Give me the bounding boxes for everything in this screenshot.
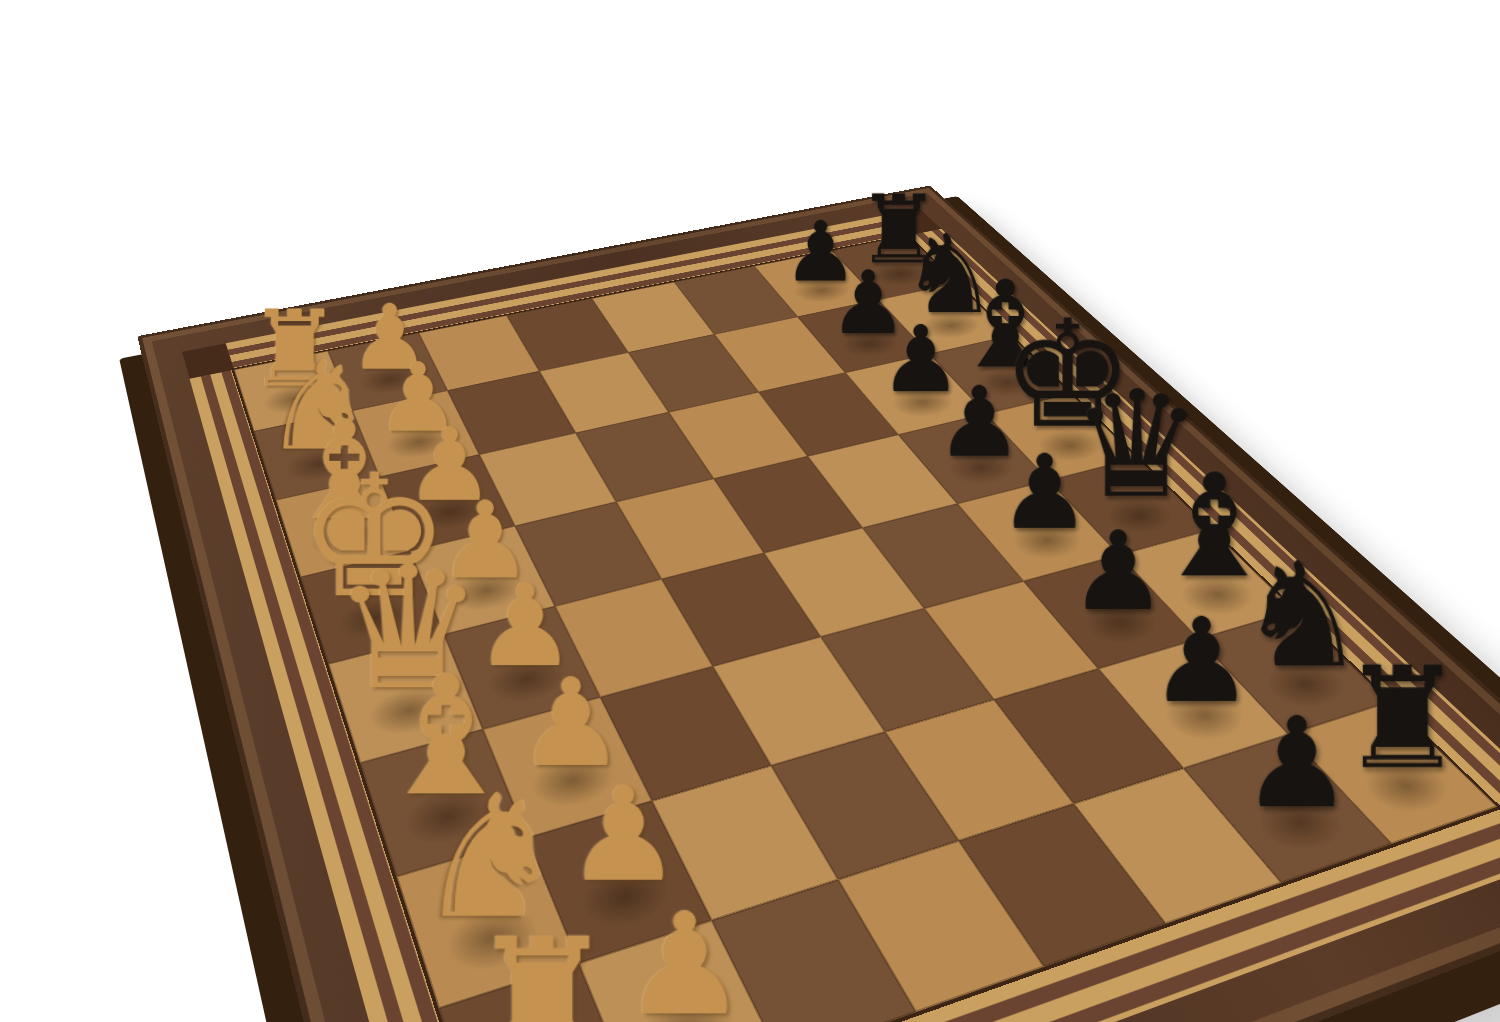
piece-white-rook[interactable]: ♜ — [468, 917, 618, 1022]
piece-black-pawn[interactable]: ♟ — [1241, 701, 1353, 826]
piece-black-pawn[interactable]: ♟ — [1150, 603, 1254, 720]
chess-board-frame: ♜♟♟♜♞♟♟♞♝♟♟♝♚♟♟♚♛♟♟♛♝♟♟♝♞♟♟♞♜♟♟♜ — [137, 186, 1500, 1022]
board-inlay-border: ♜♟♟♜♞♟♟♞♝♟♟♝♚♟♟♚♛♟♟♛♝♟♟♝♞♟♟♞♜♟♟♜ — [182, 208, 1500, 1022]
scene: ♜♟♟♜♞♟♟♞♝♟♟♝♚♟♟♚♛♟♟♛♝♟♟♝♞♟♟♞♜♟♟♜ — [0, 0, 1500, 1022]
board-tilt-wrapper: ♜♟♟♜♞♟♟♞♝♟♟♝♚♟♟♚♛♟♟♛♝♟♟♝♞♟♟♞♜♟♟♜ — [137, 186, 1500, 1022]
piece-black-rook[interactable]: ♜ — [1340, 649, 1466, 790]
piece-white-pawn[interactable]: ♟ — [622, 894, 749, 1022]
square-a1[interactable]: ♜ — [439, 963, 639, 1022]
chess-board: ♜♟♟♜♞♟♟♞♝♟♟♝♚♟♟♚♛♟♟♛♝♟♟♝♞♟♟♞♜♟♟♜ — [234, 236, 1497, 1022]
